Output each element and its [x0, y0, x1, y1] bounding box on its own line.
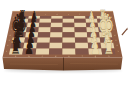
square-g5 — [49, 43, 62, 49]
square-c4 — [63, 23, 75, 27]
square-a3 — [74, 16, 86, 19]
piece-white-rook-h1: ♜ — [103, 36, 114, 59]
square-d6 — [38, 27, 50, 32]
piece-black-pawn-h7: ♟ — [24, 38, 34, 57]
square-g3 — [75, 43, 88, 49]
square-h5 — [49, 49, 62, 55]
square-f4 — [62, 37, 75, 42]
square-c6 — [39, 23, 51, 27]
square-c3 — [74, 23, 86, 27]
square-g6 — [36, 43, 49, 49]
square-e3 — [75, 32, 88, 37]
square-h3 — [75, 49, 89, 55]
square-b6 — [39, 19, 51, 23]
left-rail-label: 1 — [6, 50, 7, 52]
square-h6 — [36, 49, 50, 55]
square-b3 — [74, 19, 86, 23]
square-e5 — [50, 32, 62, 37]
square-g4 — [62, 43, 75, 49]
square-d4 — [63, 27, 75, 32]
piece-black-rook-h8: ♜ — [10, 36, 21, 59]
square-d5 — [50, 27, 62, 32]
left-rail-label: 2 — [7, 44, 8, 46]
square-e4 — [62, 32, 74, 37]
brass-latch — [122, 28, 128, 36]
square-b4 — [63, 19, 75, 23]
right-rail-label: 2 — [116, 44, 117, 46]
square-b5 — [51, 19, 63, 23]
square-c5 — [51, 23, 63, 27]
square-h4 — [62, 49, 75, 55]
square-f5 — [50, 37, 63, 42]
right-rail-label: 1 — [118, 50, 119, 52]
square-f6 — [37, 37, 50, 42]
chess-set-photo: aabbccddeeffgghh8877665544332211♜♟♟♜♞♟♟♞… — [0, 0, 128, 85]
square-a4 — [63, 16, 74, 19]
square-a5 — [51, 16, 62, 19]
chess-board-scene: aabbccddeeffgghh8877665544332211♜♟♟♜♞♟♟♞… — [0, 0, 128, 85]
square-a6 — [40, 16, 52, 19]
square-f3 — [75, 37, 88, 42]
square-d3 — [75, 27, 87, 32]
piece-white-pawn-h2: ♟ — [91, 38, 101, 57]
square-e6 — [38, 32, 51, 37]
